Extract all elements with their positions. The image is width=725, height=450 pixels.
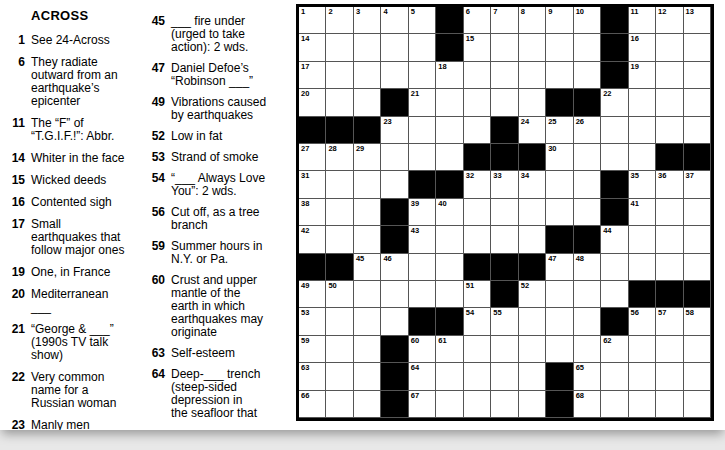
grid-cell[interactable] — [601, 144, 628, 171]
cell-number: 30 — [548, 144, 556, 153]
black-cell — [409, 171, 436, 198]
grid-cell[interactable]: 60 — [409, 336, 436, 363]
cell-number: 12 — [658, 7, 666, 16]
grid-cell[interactable]: 64 — [409, 363, 436, 390]
grid-cell[interactable]: 48 — [574, 254, 601, 281]
black-cell — [381, 226, 408, 253]
clue-text: Strand of smoke — [171, 151, 289, 164]
grid-cell[interactable]: 16 — [629, 34, 656, 61]
grid-cell[interactable] — [684, 226, 711, 253]
grid-cell[interactable] — [436, 254, 463, 281]
cell-number: 15 — [466, 34, 474, 43]
grid-cell[interactable] — [326, 62, 353, 89]
clue-number: 49 — [145, 96, 165, 109]
grid-cell[interactable]: 40 — [436, 199, 463, 226]
grid-cell[interactable] — [684, 363, 711, 390]
grid-cell[interactable] — [519, 336, 546, 363]
clue-11-across: 11The “F” of “T.G.I.F.!”: Abbr. — [7, 117, 139, 143]
cell-number: 16 — [631, 34, 639, 43]
clue-text: Wicked deeds — [31, 174, 133, 187]
grid-cell[interactable] — [684, 89, 711, 116]
grid-cell[interactable]: 21 — [409, 89, 436, 116]
grid-cell[interactable] — [519, 308, 546, 335]
grid-cell[interactable]: 41 — [629, 199, 656, 226]
black-cell — [491, 254, 518, 281]
grid-cell[interactable]: 2 — [326, 7, 353, 34]
grid-cell[interactable]: 59 — [299, 336, 326, 363]
grid-cell[interactable] — [464, 199, 491, 226]
grid-cell[interactable] — [574, 199, 601, 226]
grid-cell[interactable]: 53 — [299, 308, 326, 335]
grid-cell[interactable] — [629, 117, 656, 144]
cell-number: 52 — [521, 281, 529, 290]
grid-cell[interactable] — [381, 144, 408, 171]
grid-cell[interactable]: 68 — [574, 391, 601, 418]
grid-cell[interactable]: 38 — [299, 199, 326, 226]
clue-text: “George & ___” (1990s TV talk show) — [31, 323, 133, 362]
cell-number: 62 — [603, 336, 611, 345]
black-cell — [381, 336, 408, 363]
grid-cell[interactable] — [491, 34, 518, 61]
clue-text: The “F” of “T.G.I.F.!”: Abbr. — [31, 117, 133, 143]
clue-45-across: 45___ fire under (urged to take action):… — [145, 15, 295, 54]
cell-number: 6 — [466, 7, 470, 16]
grid-cell[interactable] — [656, 199, 683, 226]
black-cell — [299, 254, 326, 281]
cell-number: 42 — [301, 226, 309, 235]
clue-number: 16 — [7, 196, 25, 209]
cell-number: 60 — [411, 336, 419, 345]
clue-text: Small earthquakes that follow major ones — [31, 218, 133, 257]
grid-cell[interactable]: 37 — [684, 171, 711, 198]
clue-14-across: 14Whiter in the face — [7, 152, 139, 165]
grid-cell[interactable]: 26 — [574, 117, 601, 144]
grid-cell[interactable]: 42 — [299, 226, 326, 253]
clue-text: “___ Always Love You”: 2 wds. — [171, 172, 289, 198]
cell-number: 28 — [328, 144, 336, 153]
grid-cell[interactable]: 45 — [354, 254, 381, 281]
cell-number: 47 — [548, 254, 556, 263]
grid-cell[interactable] — [326, 199, 353, 226]
grid-cell[interactable] — [546, 171, 573, 198]
cell-number: 35 — [631, 171, 639, 180]
grid-cell[interactable] — [574, 62, 601, 89]
grid-cell[interactable] — [546, 199, 573, 226]
black-cell — [409, 308, 436, 335]
grid-cell[interactable]: 27 — [299, 144, 326, 171]
grid-cell[interactable]: 17 — [299, 62, 326, 89]
grid-cell[interactable] — [656, 62, 683, 89]
grid-cell[interactable]: 3 — [354, 7, 381, 34]
grid-cell[interactable]: 10 — [574, 7, 601, 34]
grid-cell[interactable] — [684, 62, 711, 89]
black-cell — [546, 363, 573, 390]
grid-cell[interactable]: 43 — [409, 226, 436, 253]
grid-cell[interactable]: 23 — [381, 117, 408, 144]
grid-cell[interactable] — [656, 89, 683, 116]
cell-number: 44 — [603, 226, 611, 235]
cell-number: 4 — [383, 7, 387, 16]
cell-number: 19 — [631, 62, 639, 71]
black-cell — [574, 89, 601, 116]
cell-number: 63 — [301, 363, 309, 372]
grid-cell[interactable] — [629, 254, 656, 281]
black-cell — [381, 199, 408, 226]
cell-number: 51 — [466, 281, 474, 290]
grid-cell[interactable] — [656, 117, 683, 144]
grid-cell[interactable]: 9 — [546, 7, 573, 34]
grid-cell[interactable]: 35 — [629, 171, 656, 198]
grid-cell[interactable]: 54 — [464, 308, 491, 335]
grid-cell[interactable] — [464, 117, 491, 144]
cell-number: 40 — [438, 199, 446, 208]
clue-text: Cut off, as a tree branch — [171, 206, 289, 232]
grid-cell[interactable] — [491, 363, 518, 390]
grid-cell[interactable] — [656, 363, 683, 390]
cell-number: 1 — [301, 7, 305, 16]
grid-cell[interactable] — [684, 254, 711, 281]
grid-cell[interactable]: 51 — [464, 281, 491, 308]
grid-cell[interactable]: 5 — [409, 7, 436, 34]
clue-53-across: 53Strand of smoke — [145, 151, 295, 164]
grid-cell[interactable]: 39 — [409, 199, 436, 226]
grid-cell[interactable]: 46 — [381, 254, 408, 281]
black-cell — [326, 254, 353, 281]
grid-cell[interactable] — [436, 144, 463, 171]
grid-cell[interactable] — [409, 117, 436, 144]
black-cell — [519, 144, 546, 171]
grid-cell[interactable] — [326, 391, 353, 418]
clue-52-across: 52Low in fat — [145, 130, 295, 143]
black-cell — [546, 391, 573, 418]
grid-cell[interactable]: 8 — [519, 7, 546, 34]
grid-cell[interactable] — [519, 391, 546, 418]
grid-cell[interactable] — [519, 199, 546, 226]
grid-cell[interactable] — [354, 226, 381, 253]
grid-cell[interactable] — [519, 226, 546, 253]
grid-cell[interactable] — [464, 226, 491, 253]
black-cell — [684, 281, 711, 308]
black-cell — [519, 254, 546, 281]
grid-cell[interactable] — [546, 62, 573, 89]
cell-number: 66 — [301, 391, 309, 400]
clue-text: Summer hours in N.Y. or Pa. — [171, 240, 289, 266]
grid-cell[interactable] — [354, 336, 381, 363]
grid-cell[interactable]: 62 — [601, 336, 628, 363]
black-cell — [436, 34, 463, 61]
cell-number: 10 — [576, 7, 584, 16]
clue-number: 59 — [145, 240, 165, 253]
clue-number: 60 — [145, 274, 165, 287]
grid-cell[interactable] — [354, 281, 381, 308]
grid-cell[interactable]: 12 — [656, 7, 683, 34]
cell-number: 43 — [411, 226, 419, 235]
grid-cell[interactable] — [436, 281, 463, 308]
clue-number: 56 — [145, 206, 165, 219]
across-clues-column-2: 45___ fire under (urged to take action):… — [145, 15, 295, 428]
black-cell — [601, 34, 628, 61]
cell-number: 29 — [356, 144, 364, 153]
grid-cell[interactable]: 29 — [354, 144, 381, 171]
grid-cell[interactable]: 49 — [299, 281, 326, 308]
cell-number: 7 — [493, 7, 497, 16]
grid-cell[interactable] — [354, 62, 381, 89]
grid-cell[interactable] — [436, 117, 463, 144]
grid-cell[interactable] — [574, 336, 601, 363]
clue-60-across: 60Crust and upper mantle of the earth in… — [145, 274, 295, 339]
grid-cell[interactable] — [684, 336, 711, 363]
cell-number: 39 — [411, 199, 419, 208]
grid-cell[interactable] — [464, 391, 491, 418]
grid-cell[interactable] — [656, 34, 683, 61]
black-cell — [684, 144, 711, 171]
grid-cell[interactable] — [684, 199, 711, 226]
cell-number: 48 — [576, 254, 584, 263]
grid-cell[interactable] — [354, 89, 381, 116]
cell-number: 37 — [686, 171, 694, 180]
grid-cell[interactable]: 7 — [491, 7, 518, 34]
grid-cell[interactable] — [684, 34, 711, 61]
cell-number: 68 — [576, 391, 584, 400]
grid-cell[interactable] — [574, 308, 601, 335]
grid-cell[interactable] — [409, 254, 436, 281]
grid-cell[interactable] — [601, 254, 628, 281]
grid-cell[interactable] — [436, 363, 463, 390]
cell-number: 3 — [356, 7, 360, 16]
grid-cell[interactable] — [326, 308, 353, 335]
grid-cell[interactable]: 20 — [299, 89, 326, 116]
grid-cell[interactable] — [464, 62, 491, 89]
grid-cell[interactable] — [546, 281, 573, 308]
grid-cell[interactable] — [519, 363, 546, 390]
grid-cell[interactable] — [326, 336, 353, 363]
grid-cell[interactable] — [656, 336, 683, 363]
grid-cell[interactable] — [629, 336, 656, 363]
clue-number: 1 — [7, 34, 25, 47]
grid-cell[interactable] — [436, 89, 463, 116]
clue-text: Contented sigh — [31, 196, 133, 209]
grid-cell[interactable]: 31 — [299, 171, 326, 198]
grid-cell[interactable] — [409, 34, 436, 61]
grid-cell[interactable] — [354, 171, 381, 198]
clue-number: 63 — [145, 347, 165, 360]
grid-cell[interactable] — [519, 62, 546, 89]
grid-cell[interactable]: 11 — [629, 7, 656, 34]
grid-cell[interactable] — [409, 144, 436, 171]
grid-cell[interactable] — [326, 171, 353, 198]
grid-cell[interactable] — [354, 308, 381, 335]
grid-cell[interactable] — [354, 34, 381, 61]
cell-number: 34 — [521, 171, 529, 180]
cell-number: 13 — [686, 7, 694, 16]
grid-cell[interactable]: 58 — [684, 308, 711, 335]
grid-cell[interactable]: 15 — [464, 34, 491, 61]
clue-text: Daniel Defoe’s “Robinson ___” — [171, 62, 289, 88]
clue-1-across: 1See 24-Across — [7, 34, 139, 47]
cell-number: 56 — [631, 308, 639, 317]
grid-cell[interactable] — [656, 391, 683, 418]
grid-cell[interactable] — [464, 363, 491, 390]
grid-cell[interactable]: 13 — [684, 7, 711, 34]
grid-cell[interactable] — [629, 144, 656, 171]
clue-number: 47 — [145, 62, 165, 75]
grid-cell[interactable] — [656, 254, 683, 281]
grid-cell[interactable] — [491, 62, 518, 89]
black-cell — [574, 226, 601, 253]
grid-cell[interactable] — [409, 281, 436, 308]
grid-cell[interactable] — [601, 117, 628, 144]
across-header: ACROSS — [31, 8, 139, 23]
grid-cell[interactable] — [354, 199, 381, 226]
grid-cell[interactable] — [519, 89, 546, 116]
clue-47-across: 47Daniel Defoe’s “Robinson ___” — [145, 62, 295, 88]
clue-number: 14 — [7, 152, 25, 165]
grid-cell[interactable] — [629, 226, 656, 253]
black-cell — [491, 144, 518, 171]
grid-cell[interactable]: 32 — [464, 171, 491, 198]
grid-cell[interactable]: 6 — [464, 7, 491, 34]
clue-56-across: 56Cut off, as a tree branch — [145, 206, 295, 232]
grid-cell[interactable]: 24 — [519, 117, 546, 144]
black-cell — [601, 62, 628, 89]
grid-cell[interactable] — [381, 34, 408, 61]
grid-cell[interactable] — [326, 363, 353, 390]
grid-cell[interactable]: 25 — [546, 117, 573, 144]
black-cell — [656, 281, 683, 308]
cell-number: 17 — [301, 62, 309, 71]
grid-cell[interactable] — [601, 391, 628, 418]
clue-20-across: 20Mediterranean ___ — [7, 288, 139, 314]
grid-cell[interactable] — [326, 226, 353, 253]
grid-cell[interactable] — [629, 89, 656, 116]
grid-cell[interactable] — [629, 363, 656, 390]
clue-text: Crust and upper mantle of the earth in w… — [171, 274, 289, 339]
grid-cell[interactable] — [354, 391, 381, 418]
clue-number: 23 — [7, 419, 25, 430]
grid-cell[interactable] — [354, 363, 381, 390]
black-cell — [436, 308, 463, 335]
grid-cell[interactable]: 4 — [381, 7, 408, 34]
clue-59-across: 59Summer hours in N.Y. or Pa. — [145, 240, 295, 266]
grid-cell[interactable] — [381, 308, 408, 335]
cell-number: 45 — [356, 254, 364, 263]
clue-54-across: 54“___ Always Love You”: 2 wds. — [145, 172, 295, 198]
grid-cell[interactable] — [326, 89, 353, 116]
black-cell — [629, 281, 656, 308]
cell-number: 27 — [301, 144, 309, 153]
cell-number: 9 — [548, 7, 552, 16]
cell-number: 53 — [301, 308, 309, 317]
cell-number: 50 — [328, 281, 336, 290]
grid-cell[interactable]: 30 — [546, 144, 573, 171]
black-cell — [381, 391, 408, 418]
grid-cell[interactable]: 14 — [299, 34, 326, 61]
grid-cell[interactable] — [381, 171, 408, 198]
cell-number: 58 — [686, 308, 694, 317]
grid-cell[interactable]: 65 — [574, 363, 601, 390]
cell-number: 41 — [631, 199, 639, 208]
clue-number: 11 — [7, 117, 25, 130]
grid-cell[interactable] — [601, 363, 628, 390]
black-cell — [326, 117, 353, 144]
clue-text: Vibrations caused by earthquakes — [171, 96, 289, 122]
cell-number: 22 — [603, 89, 611, 98]
clue-text: Manly men — [31, 419, 133, 430]
cell-number: 24 — [521, 117, 529, 126]
grid-cell[interactable]: 19 — [629, 62, 656, 89]
grid-cell[interactable]: 22 — [601, 89, 628, 116]
grid-cell[interactable] — [464, 336, 491, 363]
grid-cell[interactable]: 1 — [299, 7, 326, 34]
grid-cell[interactable]: 63 — [299, 363, 326, 390]
grid-cell[interactable] — [684, 391, 711, 418]
grid-cell[interactable]: 28 — [326, 144, 353, 171]
black-cell — [299, 117, 326, 144]
clue-text: Self-esteem — [171, 347, 289, 360]
grid-cell[interactable] — [409, 62, 436, 89]
grid-cell[interactable] — [574, 171, 601, 198]
grid-cell[interactable] — [546, 308, 573, 335]
grid-cell[interactable] — [519, 34, 546, 61]
clue-19-across: 19One, in France — [7, 266, 139, 279]
grid-cell[interactable] — [601, 281, 628, 308]
grid-cell[interactable] — [491, 336, 518, 363]
grid-cell[interactable] — [326, 34, 353, 61]
grid-cell[interactable] — [381, 281, 408, 308]
grid-cell[interactable]: 66 — [299, 391, 326, 418]
grid-cell[interactable] — [436, 391, 463, 418]
grid-cell[interactable] — [684, 117, 711, 144]
grid-cell[interactable] — [574, 34, 601, 61]
clue-text: Mediterranean ___ — [31, 288, 133, 314]
grid-cell[interactable] — [436, 226, 463, 253]
grid-cell[interactable]: 55 — [491, 308, 518, 335]
black-cell — [546, 226, 573, 253]
grid-cell[interactable]: 18 — [436, 62, 463, 89]
grid-cell[interactable]: 61 — [436, 336, 463, 363]
grid-cell[interactable]: 57 — [656, 308, 683, 335]
grid-cell[interactable]: 50 — [326, 281, 353, 308]
grid-cell[interactable] — [546, 34, 573, 61]
clue-number: 52 — [145, 130, 165, 143]
grid-cell[interactable] — [629, 391, 656, 418]
grid-cell[interactable]: 52 — [519, 281, 546, 308]
grid-cell[interactable] — [491, 226, 518, 253]
cell-number: 59 — [301, 336, 309, 345]
clue-text: Whiter in the face — [31, 152, 133, 165]
grid-cell[interactable]: 56 — [629, 308, 656, 335]
grid-cell[interactable] — [656, 226, 683, 253]
clue-list-2: 45___ fire under (urged to take action):… — [145, 15, 295, 420]
grid-cell[interactable] — [464, 89, 491, 116]
grid-cell[interactable]: 67 — [409, 391, 436, 418]
grid-cell[interactable] — [574, 144, 601, 171]
grid-cell[interactable]: 33 — [491, 171, 518, 198]
grid-cell[interactable]: 36 — [656, 171, 683, 198]
clue-text: They radiate outward from an earthquake’… — [31, 56, 133, 108]
grid-cell[interactable] — [491, 199, 518, 226]
grid-cell[interactable] — [491, 89, 518, 116]
grid-cell[interactable]: 34 — [519, 171, 546, 198]
grid-cell[interactable]: 47 — [546, 254, 573, 281]
clue-21-across: 21“George & ___” (1990s TV talk show) — [7, 323, 139, 362]
grid-cell[interactable] — [381, 62, 408, 89]
grid-cell[interactable]: 44 — [601, 226, 628, 253]
grid-cell[interactable] — [574, 281, 601, 308]
black-cell — [381, 363, 408, 390]
grid-cell[interactable] — [491, 391, 518, 418]
grid-cell[interactable] — [546, 336, 573, 363]
